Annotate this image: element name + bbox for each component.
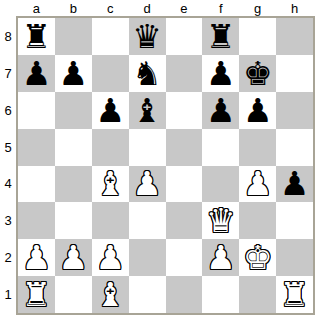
file-label-c: c xyxy=(92,0,129,16)
square-h3[interactable] xyxy=(276,202,313,239)
piece-black-pawn[interactable]: ♟ xyxy=(280,167,310,200)
piece-black-king[interactable]: ♚ xyxy=(243,57,273,90)
square-c7[interactable] xyxy=(92,55,129,92)
square-h7[interactable] xyxy=(276,55,313,92)
square-d8[interactable]: ♛ xyxy=(129,18,166,55)
square-e2[interactable] xyxy=(166,239,203,276)
file-label-f: f xyxy=(202,0,239,16)
square-a4[interactable] xyxy=(18,166,55,203)
square-b2[interactable]: ♟ xyxy=(55,239,92,276)
square-f3[interactable]: ♛ xyxy=(202,202,239,239)
chess-board-window: abcdefgh 87654321 ♜♛♜♟♟♞♟♚♟♝♟♟♝♟♟♟♛♟♟♟♟♚… xyxy=(0,0,320,320)
piece-black-pawn[interactable]: ♟ xyxy=(206,94,236,127)
rank-label-3: 3 xyxy=(0,202,16,239)
square-b3[interactable] xyxy=(55,202,92,239)
square-g4[interactable]: ♟ xyxy=(239,166,276,203)
square-h6[interactable] xyxy=(276,92,313,129)
square-c8[interactable] xyxy=(92,18,129,55)
square-e3[interactable] xyxy=(166,202,203,239)
square-d6[interactable]: ♝ xyxy=(129,92,166,129)
square-f1[interactable] xyxy=(202,276,239,313)
square-a5[interactable] xyxy=(18,129,55,166)
square-h5[interactable] xyxy=(276,129,313,166)
piece-white-pawn[interactable]: ♟ xyxy=(95,241,125,274)
square-g8[interactable] xyxy=(239,18,276,55)
file-label-g: g xyxy=(239,0,276,16)
rank-label-6: 6 xyxy=(0,92,16,129)
square-f6[interactable]: ♟ xyxy=(202,92,239,129)
piece-white-rook[interactable]: ♜ xyxy=(280,278,310,311)
square-d2[interactable] xyxy=(129,239,166,276)
piece-black-pawn[interactable]: ♟ xyxy=(22,57,52,90)
square-e5[interactable] xyxy=(166,129,203,166)
piece-white-bishop[interactable]: ♝ xyxy=(95,278,125,311)
rank-label-4: 4 xyxy=(0,166,16,203)
piece-black-pawn[interactable]: ♟ xyxy=(243,94,273,127)
piece-white-rook[interactable]: ♜ xyxy=(22,278,52,311)
rank-label-2: 2 xyxy=(0,239,16,276)
square-f2[interactable]: ♟ xyxy=(202,239,239,276)
piece-black-knight[interactable]: ♞ xyxy=(132,57,162,90)
square-c1[interactable]: ♝ xyxy=(92,276,129,313)
square-c2[interactable]: ♟ xyxy=(92,239,129,276)
square-g6[interactable]: ♟ xyxy=(239,92,276,129)
square-e8[interactable] xyxy=(166,18,203,55)
file-label-h: h xyxy=(276,0,313,16)
square-g3[interactable] xyxy=(239,202,276,239)
piece-black-pawn[interactable]: ♟ xyxy=(95,94,125,127)
file-label-e: e xyxy=(166,0,203,16)
square-g5[interactable] xyxy=(239,129,276,166)
square-e6[interactable] xyxy=(166,92,203,129)
square-b4[interactable] xyxy=(55,166,92,203)
square-d3[interactable] xyxy=(129,202,166,239)
square-c5[interactable] xyxy=(92,129,129,166)
piece-white-pawn[interactable]: ♟ xyxy=(206,241,236,274)
square-c3[interactable] xyxy=(92,202,129,239)
square-h2[interactable] xyxy=(276,239,313,276)
rank-label-1: 1 xyxy=(0,276,16,313)
square-d5[interactable] xyxy=(129,129,166,166)
square-a8[interactable]: ♜ xyxy=(18,18,55,55)
square-a2[interactable]: ♟ xyxy=(18,239,55,276)
piece-black-pawn[interactable]: ♟ xyxy=(206,57,236,90)
square-g7[interactable]: ♚ xyxy=(239,55,276,92)
piece-white-pawn[interactable]: ♟ xyxy=(243,167,273,200)
square-f5[interactable] xyxy=(202,129,239,166)
square-c6[interactable]: ♟ xyxy=(92,92,129,129)
square-b5[interactable] xyxy=(55,129,92,166)
square-e7[interactable] xyxy=(166,55,203,92)
square-h1[interactable]: ♜ xyxy=(276,276,313,313)
square-g1[interactable] xyxy=(239,276,276,313)
rank-label-8: 8 xyxy=(0,18,16,55)
square-h8[interactable] xyxy=(276,18,313,55)
piece-white-pawn[interactable]: ♟ xyxy=(132,167,162,200)
piece-black-rook[interactable]: ♜ xyxy=(206,20,236,53)
piece-white-queen[interactable]: ♛ xyxy=(206,204,236,237)
file-label-d: d xyxy=(129,0,166,16)
square-c4[interactable]: ♝ xyxy=(92,166,129,203)
square-d1[interactable] xyxy=(129,276,166,313)
piece-black-rook[interactable]: ♜ xyxy=(22,20,52,53)
square-f7[interactable]: ♟ xyxy=(202,55,239,92)
rank-labels: 87654321 xyxy=(0,18,16,313)
square-a1[interactable]: ♜ xyxy=(18,276,55,313)
file-label-a: a xyxy=(18,0,55,16)
square-b1[interactable] xyxy=(55,276,92,313)
square-h4[interactable]: ♟ xyxy=(276,166,313,203)
piece-white-bishop[interactable]: ♝ xyxy=(95,167,125,200)
square-g2[interactable]: ♚ xyxy=(239,239,276,276)
chess-board: ♜♛♜♟♟♞♟♚♟♝♟♟♝♟♟♟♛♟♟♟♟♚♜♝♜ xyxy=(16,16,315,315)
file-labels: abcdefgh xyxy=(18,0,313,16)
square-e1[interactable] xyxy=(166,276,203,313)
piece-black-pawn[interactable]: ♟ xyxy=(59,57,89,90)
rank-label-7: 7 xyxy=(0,55,16,92)
piece-black-queen[interactable]: ♛ xyxy=(132,20,162,53)
rank-label-5: 5 xyxy=(0,129,16,166)
square-e4[interactable] xyxy=(166,166,203,203)
square-f8[interactable]: ♜ xyxy=(202,18,239,55)
piece-white-pawn[interactable]: ♟ xyxy=(22,241,52,274)
piece-white-pawn[interactable]: ♟ xyxy=(59,241,89,274)
square-d7[interactable]: ♞ xyxy=(129,55,166,92)
square-a7[interactable]: ♟ xyxy=(18,55,55,92)
piece-white-king[interactable]: ♚ xyxy=(243,241,273,274)
square-b8[interactable] xyxy=(55,18,92,55)
square-b7[interactable]: ♟ xyxy=(55,55,92,92)
square-a3[interactable] xyxy=(18,202,55,239)
piece-black-bishop[interactable]: ♝ xyxy=(132,94,162,127)
square-d4[interactable]: ♟ xyxy=(129,166,166,203)
square-b6[interactable] xyxy=(55,92,92,129)
file-label-b: b xyxy=(55,0,92,16)
square-f4[interactable] xyxy=(202,166,239,203)
square-a6[interactable] xyxy=(18,92,55,129)
